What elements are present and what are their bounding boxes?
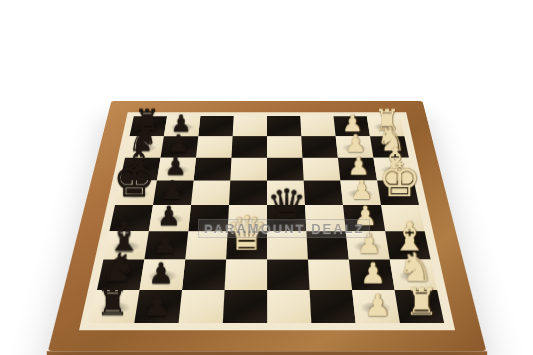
square-a5 bbox=[222, 290, 266, 323]
square-a3 bbox=[309, 290, 355, 323]
square-b3 bbox=[307, 260, 351, 291]
square-a6 bbox=[178, 290, 224, 323]
square-a1: ♜ bbox=[394, 290, 444, 323]
square-c7: ♟ bbox=[144, 231, 188, 259]
square-g4 bbox=[267, 136, 302, 157]
square-e5 bbox=[229, 181, 267, 205]
square-h5 bbox=[232, 116, 266, 136]
square-a4 bbox=[267, 290, 311, 323]
piece-black-pawn-a7: ♟ bbox=[143, 290, 170, 320]
square-e8: ♚ bbox=[115, 181, 157, 205]
square-f3 bbox=[302, 158, 340, 181]
piece-black-pawn-d7: ♟ bbox=[156, 202, 180, 229]
piece-black-rook-a8: ♜ bbox=[95, 283, 128, 320]
perspective-wrapper: ♜♟♟♜♞♟♟♞♝♟♟♝♚♟♟♚♟♛♟♝♟♛♟♝♞♟♟♞♜♟♟♜ bbox=[85, 23, 449, 355]
square-a8: ♜ bbox=[89, 290, 139, 323]
piece-white-pawn-b2: ♟ bbox=[359, 259, 385, 288]
piece-black-pawn-b7: ♟ bbox=[148, 259, 174, 288]
square-b2: ♟ bbox=[348, 260, 394, 291]
square-b7: ♟ bbox=[139, 260, 185, 291]
square-a2: ♟ bbox=[352, 290, 400, 323]
square-b6 bbox=[181, 260, 225, 291]
square-f4 bbox=[267, 158, 304, 181]
square-h4 bbox=[267, 116, 301, 136]
square-e6 bbox=[191, 181, 230, 205]
piece-black-pawn-e7: ♟ bbox=[160, 177, 183, 203]
square-b4 bbox=[267, 260, 310, 291]
square-e1: ♚ bbox=[377, 181, 419, 205]
square-h6 bbox=[198, 116, 233, 136]
piece-black-king-e8: ♚ bbox=[112, 155, 155, 203]
piece-white-pawn-a2: ♟ bbox=[363, 290, 390, 320]
piece-white-pawn-e2: ♟ bbox=[350, 177, 373, 203]
piece-white-rook-a1: ♜ bbox=[404, 283, 437, 320]
piece-white-king-e1: ♚ bbox=[378, 155, 421, 203]
square-g3 bbox=[301, 136, 338, 157]
product-photo-canvas: ♜♟♟♜♞♟♟♞♝♟♟♝♚♟♟♚♟♛♟♝♟♛♟♝♞♟♟♞♜♟♟♜ PARAMOU… bbox=[0, 0, 533, 355]
square-a7: ♟ bbox=[134, 290, 182, 323]
watermark: PARAMOUNT DEALZ bbox=[198, 219, 370, 238]
square-g6 bbox=[196, 136, 233, 157]
piece-black-pawn-c7: ♟ bbox=[152, 229, 177, 257]
square-b5 bbox=[224, 260, 267, 291]
square-f6 bbox=[193, 158, 231, 181]
square-f5 bbox=[230, 158, 267, 181]
square-h3 bbox=[300, 116, 335, 136]
square-e3 bbox=[303, 181, 342, 205]
square-g5 bbox=[231, 136, 266, 157]
